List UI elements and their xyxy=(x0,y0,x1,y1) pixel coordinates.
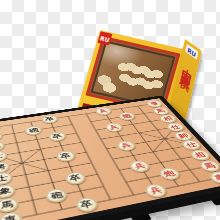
product-photo-scene: 中国象棋 RU RU 中国象棋 xyxy=(0,0,220,220)
box-side-title: 中国象棋 xyxy=(182,57,194,75)
board-foot xyxy=(208,193,220,206)
brand-logo-side-icon: RU xyxy=(185,44,198,60)
board-foot xyxy=(129,209,152,220)
